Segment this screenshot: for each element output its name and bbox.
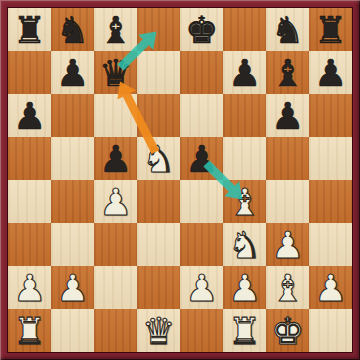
piece-black-queen[interactable]: ♛ <box>94 51 137 94</box>
piece-black-bishop[interactable]: ♝ <box>266 51 309 94</box>
piece-black-pawn[interactable]: ♟ <box>94 137 137 180</box>
piece-black-knight[interactable]: ♞ <box>266 8 309 51</box>
square-d2[interactable] <box>137 266 180 309</box>
square-a5[interactable] <box>8 137 51 180</box>
square-h6[interactable] <box>309 94 352 137</box>
piece-black-rook[interactable]: ♜ <box>8 8 51 51</box>
square-a7[interactable] <box>8 51 51 94</box>
piece-white-rook[interactable]: ♜ <box>223 309 266 352</box>
piece-white-knight[interactable]: ♞ <box>137 137 180 180</box>
piece-black-king[interactable]: ♚ <box>180 8 223 51</box>
square-d8[interactable] <box>137 8 180 51</box>
piece-white-pawn[interactable]: ♟ <box>180 266 223 309</box>
square-a3[interactable] <box>8 223 51 266</box>
piece-black-pawn[interactable]: ♟ <box>223 51 266 94</box>
square-d3[interactable] <box>137 223 180 266</box>
square-g3[interactable]: ♟ <box>266 223 309 266</box>
square-e1[interactable] <box>180 309 223 352</box>
piece-white-king[interactable]: ♚ <box>266 309 309 352</box>
square-b8[interactable]: ♞ <box>51 8 94 51</box>
square-f5[interactable] <box>223 137 266 180</box>
piece-white-pawn[interactable]: ♟ <box>8 266 51 309</box>
square-h5[interactable] <box>309 137 352 180</box>
square-e2[interactable]: ♟ <box>180 266 223 309</box>
square-b2[interactable]: ♟ <box>51 266 94 309</box>
piece-black-rook[interactable]: ♜ <box>309 8 352 51</box>
square-g2[interactable]: ♝ <box>266 266 309 309</box>
piece-white-pawn[interactable]: ♟ <box>266 223 309 266</box>
square-h1[interactable] <box>309 309 352 352</box>
square-b3[interactable] <box>51 223 94 266</box>
square-e7[interactable] <box>180 51 223 94</box>
square-g1[interactable]: ♚ <box>266 309 309 352</box>
square-e6[interactable] <box>180 94 223 137</box>
piece-black-pawn[interactable]: ♟ <box>309 51 352 94</box>
piece-white-pawn[interactable]: ♟ <box>309 266 352 309</box>
square-b6[interactable] <box>51 94 94 137</box>
square-f1[interactable]: ♜ <box>223 309 266 352</box>
piece-white-knight[interactable]: ♞ <box>223 223 266 266</box>
square-a4[interactable] <box>8 180 51 223</box>
square-b7[interactable]: ♟ <box>51 51 94 94</box>
square-g8[interactable]: ♞ <box>266 8 309 51</box>
piece-white-pawn[interactable]: ♟ <box>51 266 94 309</box>
square-f3[interactable]: ♞ <box>223 223 266 266</box>
square-h7[interactable]: ♟ <box>309 51 352 94</box>
square-b5[interactable] <box>51 137 94 180</box>
square-d7[interactable] <box>137 51 180 94</box>
piece-white-bishop[interactable]: ♝ <box>266 266 309 309</box>
square-f2[interactable]: ♟ <box>223 266 266 309</box>
piece-white-queen[interactable]: ♛ <box>137 309 180 352</box>
square-e4[interactable] <box>180 180 223 223</box>
square-e3[interactable] <box>180 223 223 266</box>
square-c8[interactable]: ♝ <box>94 8 137 51</box>
square-d1[interactable]: ♛ <box>137 309 180 352</box>
piece-black-pawn[interactable]: ♟ <box>51 51 94 94</box>
square-a2[interactable]: ♟ <box>8 266 51 309</box>
square-d6[interactable] <box>137 94 180 137</box>
square-c2[interactable] <box>94 266 137 309</box>
square-c6[interactable] <box>94 94 137 137</box>
piece-black-pawn[interactable]: ♟ <box>266 94 309 137</box>
square-f8[interactable] <box>223 8 266 51</box>
square-g7[interactable]: ♝ <box>266 51 309 94</box>
square-c5[interactable]: ♟ <box>94 137 137 180</box>
square-d5[interactable]: ♞ <box>137 137 180 180</box>
board-frame: ♜♞♝♚♞♜♟♛♟♝♟♟♟♟♞♟♟♝♞♟♟♟♟♟♝♟♜♛♜♚ <box>0 0 360 360</box>
piece-white-bishop[interactable]: ♝ <box>223 180 266 223</box>
piece-white-pawn[interactable]: ♟ <box>223 266 266 309</box>
square-g6[interactable]: ♟ <box>266 94 309 137</box>
piece-white-pawn[interactable]: ♟ <box>94 180 137 223</box>
square-c4[interactable]: ♟ <box>94 180 137 223</box>
square-g4[interactable] <box>266 180 309 223</box>
square-g5[interactable] <box>266 137 309 180</box>
square-b1[interactable] <box>51 309 94 352</box>
square-f4[interactable]: ♝ <box>223 180 266 223</box>
square-h8[interactable]: ♜ <box>309 8 352 51</box>
piece-black-knight[interactable]: ♞ <box>51 8 94 51</box>
square-a6[interactable]: ♟ <box>8 94 51 137</box>
square-h3[interactable] <box>309 223 352 266</box>
square-f7[interactable]: ♟ <box>223 51 266 94</box>
square-e8[interactable]: ♚ <box>180 8 223 51</box>
square-d4[interactable] <box>137 180 180 223</box>
piece-black-pawn[interactable]: ♟ <box>180 137 223 180</box>
piece-black-pawn[interactable]: ♟ <box>8 94 51 137</box>
square-c1[interactable] <box>94 309 137 352</box>
square-a8[interactable]: ♜ <box>8 8 51 51</box>
piece-white-rook[interactable]: ♜ <box>8 309 51 352</box>
square-c3[interactable] <box>94 223 137 266</box>
square-f6[interactable] <box>223 94 266 137</box>
square-h4[interactable] <box>309 180 352 223</box>
square-h2[interactable]: ♟ <box>309 266 352 309</box>
square-e5[interactable]: ♟ <box>180 137 223 180</box>
square-b4[interactable] <box>51 180 94 223</box>
square-c7[interactable]: ♛ <box>94 51 137 94</box>
piece-black-bishop[interactable]: ♝ <box>94 8 137 51</box>
square-a1[interactable]: ♜ <box>8 309 51 352</box>
chess-board: ♜♞♝♚♞♜♟♛♟♝♟♟♟♟♞♟♟♝♞♟♟♟♟♟♝♟♜♛♜♚ <box>8 8 352 352</box>
